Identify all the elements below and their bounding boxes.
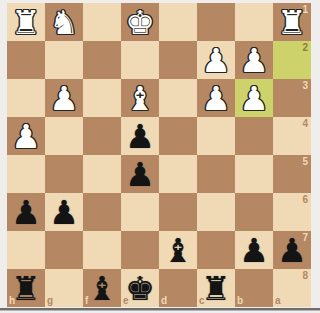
- rank-label-4: 4: [302, 119, 308, 129]
- piece-white-king[interactable]: ♚: [125, 6, 155, 39]
- square-d4[interactable]: [159, 117, 197, 155]
- window-bottom-border-mid: [0, 310, 320, 311]
- piece-black-pawn[interactable]: ♟: [49, 196, 79, 229]
- square-f8[interactable]: f♝: [83, 269, 121, 307]
- square-c2[interactable]: ♟: [197, 41, 235, 79]
- square-g1[interactable]: ♞: [45, 3, 83, 41]
- square-e7[interactable]: [121, 231, 159, 269]
- square-h5[interactable]: [7, 155, 45, 193]
- file-label-a: a: [275, 296, 281, 306]
- square-g5[interactable]: [45, 155, 83, 193]
- square-e8[interactable]: e♚: [121, 269, 159, 307]
- square-a1[interactable]: 1♜: [273, 3, 311, 41]
- piece-white-knight[interactable]: ♞: [49, 6, 79, 39]
- square-f4[interactable]: [83, 117, 121, 155]
- square-d6[interactable]: [159, 193, 197, 231]
- file-label-d: d: [161, 296, 167, 306]
- square-b1[interactable]: [235, 3, 273, 41]
- piece-black-pawn[interactable]: ♟: [277, 234, 307, 267]
- square-f6[interactable]: [83, 193, 121, 231]
- rank-label-2: 2: [302, 43, 308, 53]
- square-e1[interactable]: ♚: [121, 3, 159, 41]
- square-a6[interactable]: 6: [273, 193, 311, 231]
- square-h1[interactable]: ♜: [7, 3, 45, 41]
- file-label-b: b: [237, 296, 243, 306]
- square-f3[interactable]: [83, 79, 121, 117]
- piece-black-pawn[interactable]: ♟: [11, 196, 41, 229]
- square-c7[interactable]: [197, 231, 235, 269]
- square-b3[interactable]: ♟: [235, 79, 273, 117]
- piece-black-bishop[interactable]: ♝: [87, 272, 117, 305]
- square-c1[interactable]: [197, 3, 235, 41]
- piece-black-pawn[interactable]: ♟: [125, 158, 155, 191]
- piece-white-rook[interactable]: ♜: [277, 6, 307, 39]
- square-d5[interactable]: [159, 155, 197, 193]
- square-d8[interactable]: d: [159, 269, 197, 307]
- square-a7[interactable]: 7♟: [273, 231, 311, 269]
- square-g7[interactable]: [45, 231, 83, 269]
- piece-black-bishop[interactable]: ♝: [163, 234, 193, 267]
- piece-black-pawn[interactable]: ♟: [239, 234, 269, 267]
- piece-black-pawn[interactable]: ♟: [125, 120, 155, 153]
- square-a8[interactable]: 8a: [273, 269, 311, 307]
- square-d3[interactable]: [159, 79, 197, 117]
- square-h8[interactable]: h♜: [7, 269, 45, 307]
- rank-label-5: 5: [302, 157, 308, 167]
- chess-board[interactable]: ♜♞♚1♜♟♟2♟♝♟♟3♟♟4♟5♟♟6♝♟7♟h♜gf♝e♚dc♜b8a: [7, 3, 311, 307]
- square-e5[interactable]: ♟: [121, 155, 159, 193]
- square-f1[interactable]: [83, 3, 121, 41]
- file-label-g: g: [47, 296, 53, 306]
- square-f5[interactable]: [83, 155, 121, 193]
- square-b8[interactable]: b: [235, 269, 273, 307]
- square-g6[interactable]: ♟: [45, 193, 83, 231]
- square-e6[interactable]: [121, 193, 159, 231]
- square-a3[interactable]: 3: [273, 79, 311, 117]
- square-h2[interactable]: [7, 41, 45, 79]
- square-g4[interactable]: [45, 117, 83, 155]
- square-b7[interactable]: ♟: [235, 231, 273, 269]
- square-g8[interactable]: g: [45, 269, 83, 307]
- piece-white-rook[interactable]: ♜: [11, 6, 41, 39]
- square-d2[interactable]: [159, 41, 197, 79]
- square-c4[interactable]: [197, 117, 235, 155]
- rank-label-6: 6: [302, 195, 308, 205]
- piece-black-rook[interactable]: ♜: [11, 272, 41, 305]
- square-g3[interactable]: ♟: [45, 79, 83, 117]
- square-c5[interactable]: [197, 155, 235, 193]
- piece-white-pawn[interactable]: ♟: [11, 120, 41, 153]
- square-h3[interactable]: [7, 79, 45, 117]
- square-b2[interactable]: ♟: [235, 41, 273, 79]
- square-e3[interactable]: ♝: [121, 79, 159, 117]
- square-b4[interactable]: [235, 117, 273, 155]
- square-c6[interactable]: [197, 193, 235, 231]
- page: ♜♞♚1♜♟♟2♟♝♟♟3♟♟4♟5♟♟6♝♟7♟h♜gf♝e♚dc♜b8a: [0, 0, 320, 313]
- square-d1[interactable]: [159, 3, 197, 41]
- square-f7[interactable]: [83, 231, 121, 269]
- piece-white-pawn[interactable]: ♟: [239, 44, 269, 77]
- square-c8[interactable]: c♜: [197, 269, 235, 307]
- square-a5[interactable]: 5: [273, 155, 311, 193]
- square-e4[interactable]: ♟: [121, 117, 159, 155]
- square-d7[interactable]: ♝: [159, 231, 197, 269]
- piece-white-pawn[interactable]: ♟: [49, 82, 79, 115]
- rank-label-8: 8: [302, 271, 308, 281]
- square-e2[interactable]: [121, 41, 159, 79]
- square-a2[interactable]: 2: [273, 41, 311, 79]
- piece-black-king[interactable]: ♚: [125, 272, 155, 305]
- piece-white-pawn[interactable]: ♟: [201, 44, 231, 77]
- square-h6[interactable]: ♟: [7, 193, 45, 231]
- square-b6[interactable]: [235, 193, 273, 231]
- piece-white-pawn[interactable]: ♟: [201, 82, 231, 115]
- rank-label-3: 3: [302, 81, 308, 91]
- square-c3[interactable]: ♟: [197, 79, 235, 117]
- square-g2[interactable]: [45, 41, 83, 79]
- piece-white-pawn[interactable]: ♟: [239, 82, 269, 115]
- piece-black-rook[interactable]: ♜: [201, 272, 231, 305]
- square-h4[interactable]: ♟: [7, 117, 45, 155]
- square-h7[interactable]: [7, 231, 45, 269]
- piece-white-bishop[interactable]: ♝: [125, 82, 155, 115]
- square-b5[interactable]: [235, 155, 273, 193]
- square-f2[interactable]: [83, 41, 121, 79]
- square-a4[interactable]: 4: [273, 117, 311, 155]
